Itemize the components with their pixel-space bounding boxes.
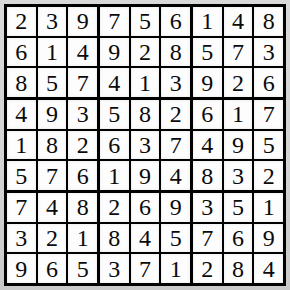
box-9: 351769284 bbox=[193, 193, 283, 283]
cell-r3c8[interactable]: 2 bbox=[224, 68, 253, 97]
cell-r6c6[interactable]: 4 bbox=[161, 161, 190, 190]
cell-r3c5[interactable]: 1 bbox=[131, 68, 160, 97]
cell-r6c4[interactable]: 1 bbox=[100, 161, 129, 190]
cell-r5c7[interactable]: 4 bbox=[193, 131, 222, 160]
cell-r6c3[interactable]: 6 bbox=[68, 161, 97, 190]
cell-r9c7[interactable]: 2 bbox=[193, 254, 222, 283]
cell-r6c7[interactable]: 8 bbox=[193, 161, 222, 190]
cell-r3c6[interactable]: 3 bbox=[161, 68, 190, 97]
cell-r7c4[interactable]: 2 bbox=[100, 193, 129, 222]
cell-r7c2[interactable]: 4 bbox=[38, 193, 67, 222]
cell-r9c1[interactable]: 9 bbox=[7, 254, 36, 283]
box-4: 493182576 bbox=[7, 100, 97, 190]
cell-r4c2[interactable]: 9 bbox=[38, 100, 67, 129]
cell-r5c8[interactable]: 9 bbox=[224, 131, 253, 160]
cell-r2c6[interactable]: 8 bbox=[161, 38, 190, 67]
box-1: 239614857 bbox=[7, 7, 97, 97]
cell-r4c1[interactable]: 4 bbox=[7, 100, 36, 129]
cell-r2c9[interactable]: 3 bbox=[254, 38, 283, 67]
cell-r5c4[interactable]: 6 bbox=[100, 131, 129, 160]
cell-r7c1[interactable]: 7 bbox=[7, 193, 36, 222]
cell-r9c9[interactable]: 4 bbox=[254, 254, 283, 283]
cell-r1c5[interactable]: 5 bbox=[131, 7, 160, 36]
cell-r8c8[interactable]: 6 bbox=[224, 224, 253, 253]
cell-r2c8[interactable]: 7 bbox=[224, 38, 253, 67]
cell-r6c1[interactable]: 5 bbox=[7, 161, 36, 190]
cell-r1c7[interactable]: 1 bbox=[193, 7, 222, 36]
cell-r5c6[interactable]: 7 bbox=[161, 131, 190, 160]
cell-r3c4[interactable]: 4 bbox=[100, 68, 129, 97]
cell-r5c3[interactable]: 2 bbox=[68, 131, 97, 160]
box-2: 756928413 bbox=[100, 7, 190, 97]
cell-r4c8[interactable]: 1 bbox=[224, 100, 253, 129]
cell-r3c2[interactable]: 5 bbox=[38, 68, 67, 97]
cell-r1c3[interactable]: 9 bbox=[68, 7, 97, 36]
cell-r2c4[interactable]: 9 bbox=[100, 38, 129, 67]
cell-r2c7[interactable]: 5 bbox=[193, 38, 222, 67]
cell-r4c6[interactable]: 2 bbox=[161, 100, 190, 129]
cell-r1c6[interactable]: 6 bbox=[161, 7, 190, 36]
cell-r6c5[interactable]: 9 bbox=[131, 161, 160, 190]
sudoku-board: 2396148577569284131485739264931825765826… bbox=[4, 4, 286, 286]
box-5: 582637194 bbox=[100, 100, 190, 190]
cell-r7c3[interactable]: 8 bbox=[68, 193, 97, 222]
cell-r1c2[interactable]: 3 bbox=[38, 7, 67, 36]
box-7: 748321965 bbox=[7, 193, 97, 283]
cell-r6c2[interactable]: 7 bbox=[38, 161, 67, 190]
cell-r8c9[interactable]: 9 bbox=[254, 224, 283, 253]
cell-r1c8[interactable]: 4 bbox=[224, 7, 253, 36]
cell-r2c2[interactable]: 1 bbox=[38, 38, 67, 67]
cell-r1c9[interactable]: 8 bbox=[254, 7, 283, 36]
cell-r8c6[interactable]: 5 bbox=[161, 224, 190, 253]
cell-r8c2[interactable]: 2 bbox=[38, 224, 67, 253]
cell-r3c7[interactable]: 9 bbox=[193, 68, 222, 97]
box-8: 269845371 bbox=[100, 193, 190, 283]
cell-r5c1[interactable]: 1 bbox=[7, 131, 36, 160]
cell-r8c4[interactable]: 8 bbox=[100, 224, 129, 253]
cell-r7c5[interactable]: 6 bbox=[131, 193, 160, 222]
cell-r9c8[interactable]: 8 bbox=[224, 254, 253, 283]
cell-r2c3[interactable]: 4 bbox=[68, 38, 97, 67]
cell-r3c3[interactable]: 7 bbox=[68, 68, 97, 97]
cell-r8c5[interactable]: 4 bbox=[131, 224, 160, 253]
cell-r7c7[interactable]: 3 bbox=[193, 193, 222, 222]
cell-r8c1[interactable]: 3 bbox=[7, 224, 36, 253]
page-background: 2396148577569284131485739264931825765826… bbox=[0, 0, 290, 290]
cell-r8c7[interactable]: 7 bbox=[193, 224, 222, 253]
cell-r3c1[interactable]: 8 bbox=[7, 68, 36, 97]
cell-r1c1[interactable]: 2 bbox=[7, 7, 36, 36]
cell-r5c9[interactable]: 5 bbox=[254, 131, 283, 160]
cell-r9c2[interactable]: 6 bbox=[38, 254, 67, 283]
cell-r2c1[interactable]: 6 bbox=[7, 38, 36, 67]
cell-r5c2[interactable]: 8 bbox=[38, 131, 67, 160]
box-3: 148573926 bbox=[193, 7, 283, 97]
cell-r4c9[interactable]: 7 bbox=[254, 100, 283, 129]
cell-r9c3[interactable]: 5 bbox=[68, 254, 97, 283]
cell-r4c4[interactable]: 5 bbox=[100, 100, 129, 129]
cell-r4c7[interactable]: 6 bbox=[193, 100, 222, 129]
cell-r7c8[interactable]: 5 bbox=[224, 193, 253, 222]
cell-r1c4[interactable]: 7 bbox=[100, 7, 129, 36]
cell-r9c5[interactable]: 7 bbox=[131, 254, 160, 283]
cell-r3c9[interactable]: 6 bbox=[254, 68, 283, 97]
box-6: 617495832 bbox=[193, 100, 283, 190]
cell-r6c8[interactable]: 3 bbox=[224, 161, 253, 190]
cell-r4c5[interactable]: 8 bbox=[131, 100, 160, 129]
cell-r9c4[interactable]: 3 bbox=[100, 254, 129, 283]
cell-r6c9[interactable]: 2 bbox=[254, 161, 283, 190]
cell-r9c6[interactable]: 1 bbox=[161, 254, 190, 283]
cell-r5c5[interactable]: 3 bbox=[131, 131, 160, 160]
cell-r2c5[interactable]: 2 bbox=[131, 38, 160, 67]
cell-r7c9[interactable]: 1 bbox=[254, 193, 283, 222]
cell-r7c6[interactable]: 9 bbox=[161, 193, 190, 222]
cell-r8c3[interactable]: 1 bbox=[68, 224, 97, 253]
cell-r4c3[interactable]: 3 bbox=[68, 100, 97, 129]
